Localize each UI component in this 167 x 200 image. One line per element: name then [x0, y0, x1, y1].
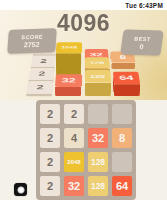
tile3d-8: 8: [110, 58, 135, 69]
tile-32: 32: [64, 176, 84, 196]
tile-2: 2: [40, 152, 60, 172]
tile-8: 8: [112, 128, 132, 148]
tile-2: 2: [40, 176, 60, 196]
board-3d-scene: 22243282204812823212864: [0, 10, 167, 101]
cell-empty: [112, 104, 132, 124]
cell-empty: [88, 104, 108, 124]
tile3d-2: 2: [26, 83, 53, 96]
status-bar: Tue 6:43PM: [0, 0, 167, 10]
tile-2: 2: [64, 104, 84, 124]
tile-4: 4: [64, 128, 84, 148]
tile-128: 128: [88, 152, 108, 172]
tile-128: 128: [88, 176, 108, 196]
clock-text: Tue 6:43PM: [125, 2, 167, 9]
assistive-touch-button[interactable]: [14, 183, 27, 196]
tile-64: 64: [112, 176, 132, 196]
app-window: Tue 6:43PM 22243282204812823212864 4096 …: [0, 0, 167, 200]
cell-empty: [112, 152, 132, 172]
tile-2: 2: [40, 128, 60, 148]
board-3d-plane: 22243282204812823212864: [23, 45, 143, 98]
board-2d[interactable]: 22243282204812823212864: [36, 100, 136, 200]
tile3d-64: 64: [112, 83, 139, 96]
tile3d-32: 32: [55, 83, 81, 96]
tile3d-128: 128: [84, 83, 110, 96]
tile-2: 2: [40, 104, 60, 124]
tile-32: 32: [88, 128, 108, 148]
tile-2048: 2048: [64, 152, 84, 172]
assistive-touch-icon: [17, 186, 25, 194]
